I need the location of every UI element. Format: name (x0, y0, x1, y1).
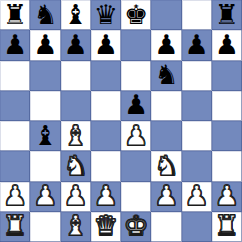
square-g2[interactable]: ♟ (182, 182, 212, 212)
square-f8[interactable] (151, 0, 181, 30)
square-b4[interactable]: ♝ (30, 121, 60, 151)
square-f2[interactable]: ♟ (151, 182, 181, 212)
black-rook[interactable]: ♜ (215, 1, 239, 28)
white-knight[interactable]: ♞ (154, 152, 178, 179)
square-b6[interactable] (30, 61, 60, 91)
square-f1[interactable] (151, 212, 181, 242)
square-g8[interactable] (182, 0, 212, 30)
square-d5[interactable] (91, 91, 121, 121)
white-knight[interactable]: ♞ (64, 152, 88, 179)
square-h5[interactable] (212, 91, 242, 121)
black-knight[interactable]: ♞ (33, 1, 57, 28)
square-h7[interactable]: ♟ (212, 30, 242, 60)
square-b7[interactable]: ♟ (30, 30, 60, 60)
square-c6[interactable] (61, 61, 91, 91)
black-pawn[interactable]: ♟ (3, 31, 27, 58)
chess-board: ♜♞♝♛♚♜♟♟♟♟♟♟♟♞♟♝♝♟♞♞♟♟♟♟♟♟♟♜♝♛♚♜ (0, 0, 242, 242)
square-e8[interactable]: ♚ (121, 0, 151, 30)
square-d1[interactable]: ♛ (91, 212, 121, 242)
square-f3[interactable]: ♞ (151, 151, 181, 181)
black-pawn[interactable]: ♟ (154, 31, 178, 58)
square-f6[interactable]: ♞ (151, 61, 181, 91)
square-g6[interactable] (182, 61, 212, 91)
square-h2[interactable]: ♟ (212, 182, 242, 212)
black-pawn[interactable]: ♟ (94, 31, 118, 58)
square-b2[interactable]: ♟ (30, 182, 60, 212)
black-bishop[interactable]: ♝ (64, 1, 88, 28)
black-pawn[interactable]: ♟ (185, 31, 209, 58)
black-pawn[interactable]: ♟ (33, 31, 57, 58)
square-c2[interactable]: ♟ (61, 182, 91, 212)
square-c5[interactable] (61, 91, 91, 121)
white-rook[interactable]: ♜ (3, 212, 27, 239)
square-e7[interactable] (121, 30, 151, 60)
white-pawn[interactable]: ♟ (3, 182, 27, 209)
square-a6[interactable] (0, 61, 30, 91)
square-e4[interactable]: ♟ (121, 121, 151, 151)
square-d2[interactable]: ♟ (91, 182, 121, 212)
square-e5[interactable]: ♟ (121, 91, 151, 121)
square-a5[interactable] (0, 91, 30, 121)
square-a7[interactable]: ♟ (0, 30, 30, 60)
white-bishop[interactable]: ♝ (64, 122, 88, 149)
black-pawn[interactable]: ♟ (215, 31, 239, 58)
square-e3[interactable] (121, 151, 151, 181)
black-knight[interactable]: ♞ (154, 61, 178, 88)
square-d4[interactable] (91, 121, 121, 151)
square-f5[interactable] (151, 91, 181, 121)
white-rook[interactable]: ♜ (215, 212, 239, 239)
white-pawn[interactable]: ♟ (94, 182, 118, 209)
square-e2[interactable] (121, 182, 151, 212)
square-b8[interactable]: ♞ (30, 0, 60, 30)
black-bishop[interactable]: ♝ (33, 122, 57, 149)
square-h6[interactable] (212, 61, 242, 91)
square-e6[interactable] (121, 61, 151, 91)
square-c1[interactable]: ♝ (61, 212, 91, 242)
white-queen[interactable]: ♛ (94, 212, 118, 239)
white-king[interactable]: ♚ (124, 212, 148, 239)
square-a1[interactable]: ♜ (0, 212, 30, 242)
square-d7[interactable]: ♟ (91, 30, 121, 60)
white-pawn[interactable]: ♟ (154, 182, 178, 209)
white-pawn[interactable]: ♟ (124, 122, 148, 149)
square-c8[interactable]: ♝ (61, 0, 91, 30)
square-h3[interactable] (212, 151, 242, 181)
square-g1[interactable] (182, 212, 212, 242)
square-d8[interactable]: ♛ (91, 0, 121, 30)
square-e1[interactable]: ♚ (121, 212, 151, 242)
square-g4[interactable] (182, 121, 212, 151)
square-g7[interactable]: ♟ (182, 30, 212, 60)
white-pawn[interactable]: ♟ (215, 182, 239, 209)
square-c7[interactable]: ♟ (61, 30, 91, 60)
white-bishop[interactable]: ♝ (64, 212, 88, 239)
square-a3[interactable] (0, 151, 30, 181)
square-g5[interactable] (182, 91, 212, 121)
square-b5[interactable] (30, 91, 60, 121)
black-rook[interactable]: ♜ (3, 1, 27, 28)
white-pawn[interactable]: ♟ (33, 182, 57, 209)
white-pawn[interactable]: ♟ (64, 182, 88, 209)
square-a2[interactable]: ♟ (0, 182, 30, 212)
black-king[interactable]: ♚ (124, 1, 148, 28)
square-h1[interactable]: ♜ (212, 212, 242, 242)
square-f4[interactable] (151, 121, 181, 151)
black-queen[interactable]: ♛ (94, 1, 118, 28)
square-b1[interactable] (30, 212, 60, 242)
square-d3[interactable] (91, 151, 121, 181)
square-a8[interactable]: ♜ (0, 0, 30, 30)
square-f7[interactable]: ♟ (151, 30, 181, 60)
white-pawn[interactable]: ♟ (185, 182, 209, 209)
square-g3[interactable] (182, 151, 212, 181)
square-d6[interactable] (91, 61, 121, 91)
black-pawn[interactable]: ♟ (124, 91, 148, 118)
square-h8[interactable]: ♜ (212, 0, 242, 30)
black-pawn[interactable]: ♟ (64, 31, 88, 58)
square-c3[interactable]: ♞ (61, 151, 91, 181)
square-c4[interactable]: ♝ (61, 121, 91, 151)
square-h4[interactable] (212, 121, 242, 151)
square-b3[interactable] (30, 151, 60, 181)
square-a4[interactable] (0, 121, 30, 151)
